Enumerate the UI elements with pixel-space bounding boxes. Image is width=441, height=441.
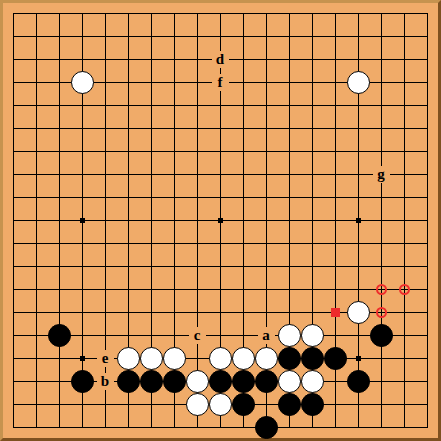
intersection-C19[interactable] [48,2,71,25]
intersection-L4[interactable] [232,347,255,370]
intersection-D6[interactable] [71,301,94,324]
intersection-A12[interactable] [2,163,25,186]
intersection-R12[interactable]: g [370,163,393,186]
intersection-G6[interactable] [140,301,163,324]
intersection-O2[interactable] [301,393,324,416]
intersection-S9[interactable] [393,232,416,255]
intersection-E3[interactable]: b [94,370,117,393]
intersection-T7[interactable] [416,278,439,301]
intersection-E6[interactable] [94,301,117,324]
intersection-E18[interactable] [94,25,117,48]
intersection-J19[interactable] [186,2,209,25]
intersection-B13[interactable] [25,140,48,163]
intersection-H4[interactable] [163,347,186,370]
intersection-K17[interactable]: d [209,48,232,71]
intersection-Q12[interactable] [347,163,370,186]
intersection-O17[interactable] [301,48,324,71]
intersection-O9[interactable] [301,232,324,255]
intersection-M6[interactable] [255,301,278,324]
intersection-N9[interactable] [278,232,301,255]
intersection-R7[interactable] [370,278,393,301]
intersection-N6[interactable] [278,301,301,324]
intersection-C7[interactable] [48,278,71,301]
intersection-T5[interactable] [416,324,439,347]
intersection-K1[interactable] [209,416,232,439]
intersection-B4[interactable] [25,347,48,370]
intersection-M17[interactable] [255,48,278,71]
intersection-F11[interactable] [117,186,140,209]
intersection-B10[interactable] [25,209,48,232]
intersection-E19[interactable] [94,2,117,25]
intersection-H17[interactable] [163,48,186,71]
intersection-A15[interactable] [2,94,25,117]
intersection-N17[interactable] [278,48,301,71]
intersection-E12[interactable] [94,163,117,186]
intersection-N3[interactable] [278,370,301,393]
intersection-H15[interactable] [163,94,186,117]
intersection-N14[interactable] [278,117,301,140]
intersection-L19[interactable] [232,2,255,25]
intersection-P6[interactable] [324,301,347,324]
intersection-N7[interactable] [278,278,301,301]
intersection-Q15[interactable] [347,94,370,117]
intersection-H7[interactable] [163,278,186,301]
intersection-E1[interactable] [94,416,117,439]
intersection-E11[interactable] [94,186,117,209]
intersection-L11[interactable] [232,186,255,209]
intersection-F5[interactable] [117,324,140,347]
intersection-P4[interactable] [324,347,347,370]
intersection-F12[interactable] [117,163,140,186]
intersection-A5[interactable] [2,324,25,347]
intersection-C8[interactable] [48,255,71,278]
intersection-M12[interactable] [255,163,278,186]
intersection-T16[interactable] [416,71,439,94]
intersection-H10[interactable] [163,209,186,232]
intersection-R11[interactable] [370,186,393,209]
intersection-D4[interactable] [71,347,94,370]
intersection-B9[interactable] [25,232,48,255]
intersection-S3[interactable] [393,370,416,393]
intersection-L10[interactable] [232,209,255,232]
intersection-R4[interactable] [370,347,393,370]
intersection-O19[interactable] [301,2,324,25]
intersection-E13[interactable] [94,140,117,163]
intersection-A9[interactable] [2,232,25,255]
intersection-S18[interactable] [393,25,416,48]
intersection-A19[interactable] [2,2,25,25]
intersection-B6[interactable] [25,301,48,324]
intersection-K10[interactable] [209,209,232,232]
intersection-N2[interactable] [278,393,301,416]
intersection-L9[interactable] [232,232,255,255]
intersection-G13[interactable] [140,140,163,163]
intersection-S4[interactable] [393,347,416,370]
intersection-G12[interactable] [140,163,163,186]
intersection-H12[interactable] [163,163,186,186]
intersection-B16[interactable] [25,71,48,94]
intersection-F15[interactable] [117,94,140,117]
intersection-O18[interactable] [301,25,324,48]
intersection-C9[interactable] [48,232,71,255]
intersection-F3[interactable] [117,370,140,393]
intersection-D5[interactable] [71,324,94,347]
intersection-P18[interactable] [324,25,347,48]
intersection-K9[interactable] [209,232,232,255]
intersection-J5[interactable]: c [186,324,209,347]
intersection-Q5[interactable] [347,324,370,347]
intersection-T15[interactable] [416,94,439,117]
intersection-A3[interactable] [2,370,25,393]
intersection-A2[interactable] [2,393,25,416]
intersection-E16[interactable] [94,71,117,94]
intersection-G1[interactable] [140,416,163,439]
intersection-O3[interactable] [301,370,324,393]
intersection-D13[interactable] [71,140,94,163]
intersection-T12[interactable] [416,163,439,186]
intersection-Q3[interactable] [347,370,370,393]
intersection-O16[interactable] [301,71,324,94]
intersection-A16[interactable] [2,71,25,94]
intersection-T8[interactable] [416,255,439,278]
intersection-Q8[interactable] [347,255,370,278]
intersection-R5[interactable] [370,324,393,347]
intersection-P16[interactable] [324,71,347,94]
intersection-C13[interactable] [48,140,71,163]
intersection-L5[interactable] [232,324,255,347]
intersection-C16[interactable] [48,71,71,94]
intersection-P3[interactable] [324,370,347,393]
intersection-P5[interactable] [324,324,347,347]
intersection-R19[interactable] [370,2,393,25]
intersection-P17[interactable] [324,48,347,71]
intersection-S12[interactable] [393,163,416,186]
intersection-G19[interactable] [140,2,163,25]
intersection-G7[interactable] [140,278,163,301]
intersection-C12[interactable] [48,163,71,186]
intersection-P1[interactable] [324,416,347,439]
intersection-T3[interactable] [416,370,439,393]
intersection-L8[interactable] [232,255,255,278]
intersection-O10[interactable] [301,209,324,232]
intersection-A8[interactable] [2,255,25,278]
intersection-J18[interactable] [186,25,209,48]
intersection-G3[interactable] [140,370,163,393]
intersection-K6[interactable] [209,301,232,324]
intersection-L15[interactable] [232,94,255,117]
intersection-H19[interactable] [163,2,186,25]
intersection-A17[interactable] [2,48,25,71]
intersection-Q2[interactable] [347,393,370,416]
intersection-H3[interactable] [163,370,186,393]
intersection-S17[interactable] [393,48,416,71]
intersection-N19[interactable] [278,2,301,25]
intersection-Q9[interactable] [347,232,370,255]
intersection-T1[interactable] [416,416,439,439]
intersection-N16[interactable] [278,71,301,94]
intersection-O15[interactable] [301,94,324,117]
intersection-S13[interactable] [393,140,416,163]
intersection-N12[interactable] [278,163,301,186]
intersection-B15[interactable] [25,94,48,117]
intersection-N13[interactable] [278,140,301,163]
intersection-J13[interactable] [186,140,209,163]
intersection-J9[interactable] [186,232,209,255]
intersection-G18[interactable] [140,25,163,48]
intersection-O12[interactable] [301,163,324,186]
intersection-H8[interactable] [163,255,186,278]
intersection-Q7[interactable] [347,278,370,301]
intersection-K16[interactable]: f [209,71,232,94]
intersection-S10[interactable] [393,209,416,232]
intersection-A18[interactable] [2,25,25,48]
intersection-D19[interactable] [71,2,94,25]
intersection-T14[interactable] [416,117,439,140]
intersection-M5[interactable]: a [255,324,278,347]
intersection-R2[interactable] [370,393,393,416]
intersection-K11[interactable] [209,186,232,209]
intersection-B8[interactable] [25,255,48,278]
intersection-D12[interactable] [71,163,94,186]
intersection-M3[interactable] [255,370,278,393]
intersection-P15[interactable] [324,94,347,117]
intersection-L1[interactable] [232,416,255,439]
intersection-N1[interactable] [278,416,301,439]
intersection-J14[interactable] [186,117,209,140]
intersection-F14[interactable] [117,117,140,140]
intersection-F4[interactable] [117,347,140,370]
intersection-K4[interactable] [209,347,232,370]
intersection-S15[interactable] [393,94,416,117]
intersection-L16[interactable] [232,71,255,94]
intersection-N10[interactable] [278,209,301,232]
intersection-K15[interactable] [209,94,232,117]
intersection-D15[interactable] [71,94,94,117]
intersection-P2[interactable] [324,393,347,416]
intersection-M10[interactable] [255,209,278,232]
intersection-B18[interactable] [25,25,48,48]
intersection-J6[interactable] [186,301,209,324]
intersection-H18[interactable] [163,25,186,48]
intersection-J7[interactable] [186,278,209,301]
intersection-O8[interactable] [301,255,324,278]
intersection-M11[interactable] [255,186,278,209]
intersection-M13[interactable] [255,140,278,163]
intersection-A10[interactable] [2,209,25,232]
intersection-B19[interactable] [25,2,48,25]
intersection-C15[interactable] [48,94,71,117]
intersection-N8[interactable] [278,255,301,278]
intersection-J11[interactable] [186,186,209,209]
intersection-L7[interactable] [232,278,255,301]
intersection-R17[interactable] [370,48,393,71]
intersection-F9[interactable] [117,232,140,255]
intersection-N4[interactable] [278,347,301,370]
intersection-L3[interactable] [232,370,255,393]
intersection-E4[interactable]: e [94,347,117,370]
intersection-G10[interactable] [140,209,163,232]
intersection-T17[interactable] [416,48,439,71]
intersection-M8[interactable] [255,255,278,278]
intersection-Q10[interactable] [347,209,370,232]
intersection-F10[interactable] [117,209,140,232]
intersection-F18[interactable] [117,25,140,48]
intersection-C11[interactable] [48,186,71,209]
intersection-G5[interactable] [140,324,163,347]
intersection-M7[interactable] [255,278,278,301]
intersection-H11[interactable] [163,186,186,209]
intersection-O11[interactable] [301,186,324,209]
intersection-L18[interactable] [232,25,255,48]
intersection-T11[interactable] [416,186,439,209]
intersection-S6[interactable] [393,301,416,324]
intersection-J10[interactable] [186,209,209,232]
intersection-G16[interactable] [140,71,163,94]
intersection-P10[interactable] [324,209,347,232]
intersection-M19[interactable] [255,2,278,25]
intersection-O7[interactable] [301,278,324,301]
intersection-N11[interactable] [278,186,301,209]
intersection-C14[interactable] [48,117,71,140]
intersection-S1[interactable] [393,416,416,439]
intersection-H6[interactable] [163,301,186,324]
intersection-P9[interactable] [324,232,347,255]
intersection-M9[interactable] [255,232,278,255]
intersection-K18[interactable] [209,25,232,48]
intersection-H14[interactable] [163,117,186,140]
intersection-B1[interactable] [25,416,48,439]
intersection-K14[interactable] [209,117,232,140]
intersection-E5[interactable] [94,324,117,347]
intersection-J12[interactable] [186,163,209,186]
intersection-H9[interactable] [163,232,186,255]
intersection-S2[interactable] [393,393,416,416]
intersection-K3[interactable] [209,370,232,393]
intersection-P13[interactable] [324,140,347,163]
intersection-G9[interactable] [140,232,163,255]
intersection-T6[interactable] [416,301,439,324]
intersection-S19[interactable] [393,2,416,25]
intersection-H5[interactable] [163,324,186,347]
intersection-B7[interactable] [25,278,48,301]
intersection-R3[interactable] [370,370,393,393]
intersection-L12[interactable] [232,163,255,186]
intersection-Q16[interactable] [347,71,370,94]
intersection-K8[interactable] [209,255,232,278]
intersection-E15[interactable] [94,94,117,117]
intersection-C2[interactable] [48,393,71,416]
intersection-C18[interactable] [48,25,71,48]
intersection-R14[interactable] [370,117,393,140]
intersection-G8[interactable] [140,255,163,278]
intersection-L6[interactable] [232,301,255,324]
intersection-G15[interactable] [140,94,163,117]
intersection-O5[interactable] [301,324,324,347]
intersection-A14[interactable] [2,117,25,140]
intersection-E7[interactable] [94,278,117,301]
intersection-O1[interactable] [301,416,324,439]
intersection-O13[interactable] [301,140,324,163]
intersection-C5[interactable] [48,324,71,347]
intersection-J16[interactable] [186,71,209,94]
intersection-T13[interactable] [416,140,439,163]
intersection-F13[interactable] [117,140,140,163]
intersection-D2[interactable] [71,393,94,416]
intersection-L13[interactable] [232,140,255,163]
intersection-T18[interactable] [416,25,439,48]
intersection-J1[interactable] [186,416,209,439]
intersection-D8[interactable] [71,255,94,278]
intersection-N15[interactable] [278,94,301,117]
intersection-P8[interactable] [324,255,347,278]
intersection-B17[interactable] [25,48,48,71]
intersection-T19[interactable] [416,2,439,25]
intersection-H13[interactable] [163,140,186,163]
intersection-H16[interactable] [163,71,186,94]
intersection-K7[interactable] [209,278,232,301]
intersection-R13[interactable] [370,140,393,163]
intersection-B3[interactable] [25,370,48,393]
intersection-D14[interactable] [71,117,94,140]
intersection-A1[interactable] [2,416,25,439]
intersection-D3[interactable] [71,370,94,393]
intersection-E14[interactable] [94,117,117,140]
intersection-Q1[interactable] [347,416,370,439]
intersection-Q4[interactable] [347,347,370,370]
intersection-B2[interactable] [25,393,48,416]
intersection-N5[interactable] [278,324,301,347]
intersection-R15[interactable] [370,94,393,117]
intersection-R9[interactable] [370,232,393,255]
intersection-D1[interactable] [71,416,94,439]
intersection-M18[interactable] [255,25,278,48]
intersection-O4[interactable] [301,347,324,370]
intersection-O14[interactable] [301,117,324,140]
intersection-T9[interactable] [416,232,439,255]
intersection-E17[interactable] [94,48,117,71]
intersection-Q13[interactable] [347,140,370,163]
intersection-Q11[interactable] [347,186,370,209]
intersection-M16[interactable] [255,71,278,94]
intersection-T10[interactable] [416,209,439,232]
intersection-S16[interactable] [393,71,416,94]
intersection-B14[interactable] [25,117,48,140]
intersection-Q18[interactable] [347,25,370,48]
intersection-J17[interactable] [186,48,209,71]
intersection-G14[interactable] [140,117,163,140]
intersection-Q14[interactable] [347,117,370,140]
intersection-C4[interactable] [48,347,71,370]
intersection-M4[interactable] [255,347,278,370]
intersection-K2[interactable] [209,393,232,416]
intersection-A6[interactable] [2,301,25,324]
intersection-D16[interactable] [71,71,94,94]
intersection-D18[interactable] [71,25,94,48]
intersection-H2[interactable] [163,393,186,416]
intersection-R1[interactable] [370,416,393,439]
intersection-M15[interactable] [255,94,278,117]
intersection-P19[interactable] [324,2,347,25]
intersection-A4[interactable] [2,347,25,370]
intersection-B5[interactable] [25,324,48,347]
intersection-E10[interactable] [94,209,117,232]
intersection-F16[interactable] [117,71,140,94]
intersection-Q6[interactable] [347,301,370,324]
intersection-R8[interactable] [370,255,393,278]
intersection-C6[interactable] [48,301,71,324]
intersection-G4[interactable] [140,347,163,370]
intersection-A7[interactable] [2,278,25,301]
